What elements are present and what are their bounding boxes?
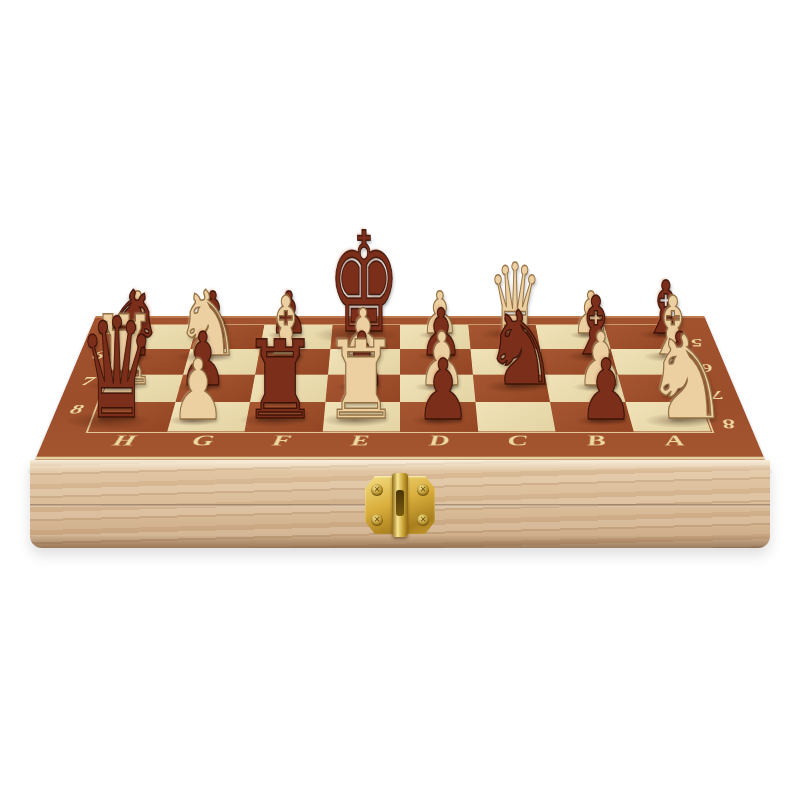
piece-dark-pawn-d8: ♟	[416, 348, 470, 432]
latch-screw-icon	[417, 484, 429, 496]
box-bottom-edge	[30, 536, 770, 548]
piece-dark-rook-f8: ♜	[242, 326, 318, 435]
product-photo-background: HGFEDCBA56785678 ♛♟♜♜♟♟♞♜♟♟♟♞♟♟♞♞♝♟♟♝♝♟♟…	[0, 0, 800, 800]
piece-light-pawn-g8: ♟	[171, 348, 225, 432]
piece-light-rook-e8: ♜	[323, 326, 399, 435]
latch-slot	[396, 490, 404, 516]
latch-screw-icon	[371, 514, 383, 526]
piece-light-knight-a8: ♞	[645, 320, 730, 436]
box-chamfer	[30, 460, 770, 471]
file-label-c: C	[478, 431, 560, 456]
piece-dark-knight-c7: ♞	[484, 298, 559, 400]
latch-screw-icon	[417, 514, 429, 526]
piece-dark-queen-h8: ♛	[78, 300, 155, 439]
piece-dark-pawn-b8: ♟	[579, 348, 633, 432]
latch-screw-icon	[371, 484, 383, 496]
brass-latch	[365, 476, 435, 534]
